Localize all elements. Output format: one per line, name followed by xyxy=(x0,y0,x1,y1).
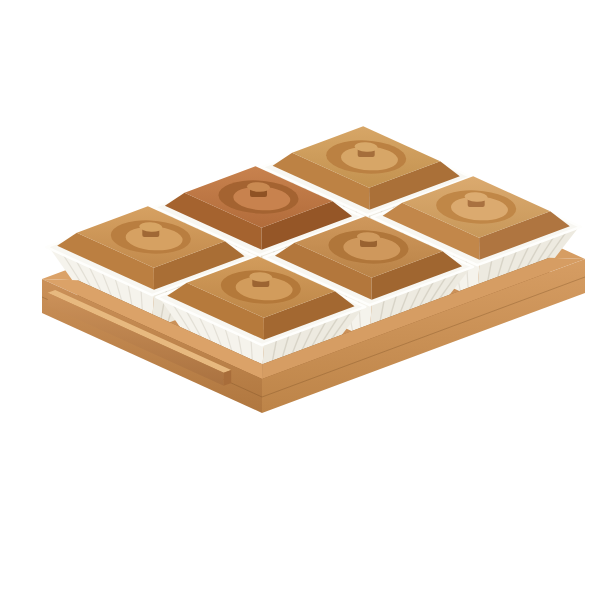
product-photo-stage xyxy=(0,0,600,600)
serving-set-scene xyxy=(0,0,600,600)
